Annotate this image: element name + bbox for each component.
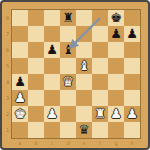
- piece-white-rook[interactable]: ♜: [92, 106, 108, 122]
- square-b6[interactable]: [28, 42, 44, 58]
- piece-black-bishop[interactable]: ♝: [60, 42, 76, 58]
- square-d3[interactable]: [60, 90, 76, 106]
- square-c5[interactable]: [44, 58, 60, 74]
- square-h8[interactable]: [124, 10, 140, 26]
- piece-white-bishop[interactable]: ♝: [76, 58, 92, 74]
- square-e2[interactable]: [76, 106, 92, 122]
- piece-white-king[interactable]: ♚: [12, 106, 28, 122]
- square-h5[interactable]: [124, 58, 140, 74]
- square-h7[interactable]: ♟: [124, 26, 140, 42]
- piece-white-pawn[interactable]: ♟: [12, 90, 28, 106]
- square-e1[interactable]: ♛: [76, 122, 92, 138]
- square-a3[interactable]: ♟: [12, 90, 28, 106]
- square-d4[interactable]: ♛: [60, 74, 76, 90]
- square-e8[interactable]: [76, 10, 92, 26]
- square-c7[interactable]: [44, 26, 60, 42]
- square-f6[interactable]: [92, 42, 108, 58]
- square-h4[interactable]: [124, 74, 140, 90]
- square-c2[interactable]: ♟: [44, 106, 60, 122]
- square-f8[interactable]: [92, 10, 108, 26]
- square-a5[interactable]: [12, 58, 28, 74]
- board-frame: 87654321 abcdefgh ♜♚♟♟♟♝♝♟♛♟♚♟♜♟♟♛: [0, 0, 150, 150]
- square-c8[interactable]: [44, 10, 60, 26]
- square-b3[interactable]: [28, 90, 44, 106]
- rank-label-2: 2: [4, 106, 11, 122]
- square-f3[interactable]: [92, 90, 108, 106]
- file-label-h: h: [124, 139, 140, 147]
- piece-black-pawn[interactable]: ♟: [12, 74, 28, 90]
- square-f5[interactable]: [92, 58, 108, 74]
- rank-labels: 87654321: [4, 10, 11, 138]
- file-label-a: a: [12, 139, 28, 147]
- square-f7[interactable]: [92, 26, 108, 42]
- square-h2[interactable]: ♟: [124, 106, 140, 122]
- square-a1[interactable]: [12, 122, 28, 138]
- square-f2[interactable]: ♜: [92, 106, 108, 122]
- chess-board: ♜♚♟♟♟♝♝♟♛♟♚♟♜♟♟♛: [12, 10, 140, 138]
- square-h6[interactable]: [124, 42, 140, 58]
- square-a8[interactable]: [12, 10, 28, 26]
- square-b1[interactable]: [28, 122, 44, 138]
- rank-label-8: 8: [4, 10, 11, 26]
- square-g3[interactable]: [108, 90, 124, 106]
- square-h3[interactable]: [124, 90, 140, 106]
- square-c1[interactable]: [44, 122, 60, 138]
- square-a7[interactable]: [12, 26, 28, 42]
- file-label-c: c: [44, 139, 60, 147]
- piece-black-queen[interactable]: ♛: [76, 122, 92, 138]
- square-b5[interactable]: [28, 58, 44, 74]
- piece-white-pawn[interactable]: ♟: [108, 106, 124, 122]
- file-label-g: g: [108, 139, 124, 147]
- piece-black-pawn[interactable]: ♟: [44, 42, 60, 58]
- square-h1[interactable]: [124, 122, 140, 138]
- rank-label-1: 1: [4, 122, 11, 138]
- square-e6[interactable]: [76, 42, 92, 58]
- square-c4[interactable]: [44, 74, 60, 90]
- rank-label-6: 6: [4, 42, 11, 58]
- piece-black-rook[interactable]: ♜: [60, 10, 76, 26]
- piece-white-pawn[interactable]: ♟: [124, 106, 140, 122]
- square-d2[interactable]: [60, 106, 76, 122]
- file-label-d: d: [60, 139, 76, 147]
- rank-label-4: 4: [4, 74, 11, 90]
- square-a2[interactable]: ♚: [12, 106, 28, 122]
- file-label-e: e: [76, 139, 92, 147]
- file-labels: abcdefgh: [12, 139, 140, 147]
- piece-black-pawn[interactable]: ♟: [108, 26, 124, 42]
- square-g8[interactable]: ♚: [108, 10, 124, 26]
- square-b4[interactable]: [28, 74, 44, 90]
- square-e5[interactable]: ♝: [76, 58, 92, 74]
- square-g7[interactable]: ♟: [108, 26, 124, 42]
- piece-black-pawn[interactable]: ♟: [124, 26, 140, 42]
- square-a4[interactable]: ♟: [12, 74, 28, 90]
- square-e4[interactable]: [76, 74, 92, 90]
- square-f4[interactable]: [92, 74, 108, 90]
- rank-label-7: 7: [4, 26, 11, 42]
- square-d8[interactable]: ♜: [60, 10, 76, 26]
- rank-label-5: 5: [4, 58, 11, 74]
- square-g1[interactable]: [108, 122, 124, 138]
- square-g6[interactable]: [108, 42, 124, 58]
- square-g4[interactable]: [108, 74, 124, 90]
- file-label-b: b: [28, 139, 44, 147]
- square-a6[interactable]: [12, 42, 28, 58]
- rank-label-3: 3: [4, 90, 11, 106]
- square-g5[interactable]: [108, 58, 124, 74]
- square-f1[interactable]: [92, 122, 108, 138]
- piece-black-king[interactable]: ♚: [108, 10, 124, 26]
- square-b2[interactable]: [28, 106, 44, 122]
- square-b7[interactable]: [28, 26, 44, 42]
- square-b8[interactable]: [28, 10, 44, 26]
- square-g2[interactable]: ♟: [108, 106, 124, 122]
- square-c3[interactable]: [44, 90, 60, 106]
- square-d1[interactable]: [60, 122, 76, 138]
- square-e7[interactable]: [76, 26, 92, 42]
- square-d5[interactable]: [60, 58, 76, 74]
- square-c6[interactable]: ♟: [44, 42, 60, 58]
- square-e3[interactable]: [76, 90, 92, 106]
- piece-white-pawn[interactable]: ♟: [44, 106, 60, 122]
- piece-white-queen[interactable]: ♛: [60, 74, 76, 90]
- square-d7[interactable]: [60, 26, 76, 42]
- square-d6[interactable]: ♝: [60, 42, 76, 58]
- file-label-f: f: [92, 139, 108, 147]
